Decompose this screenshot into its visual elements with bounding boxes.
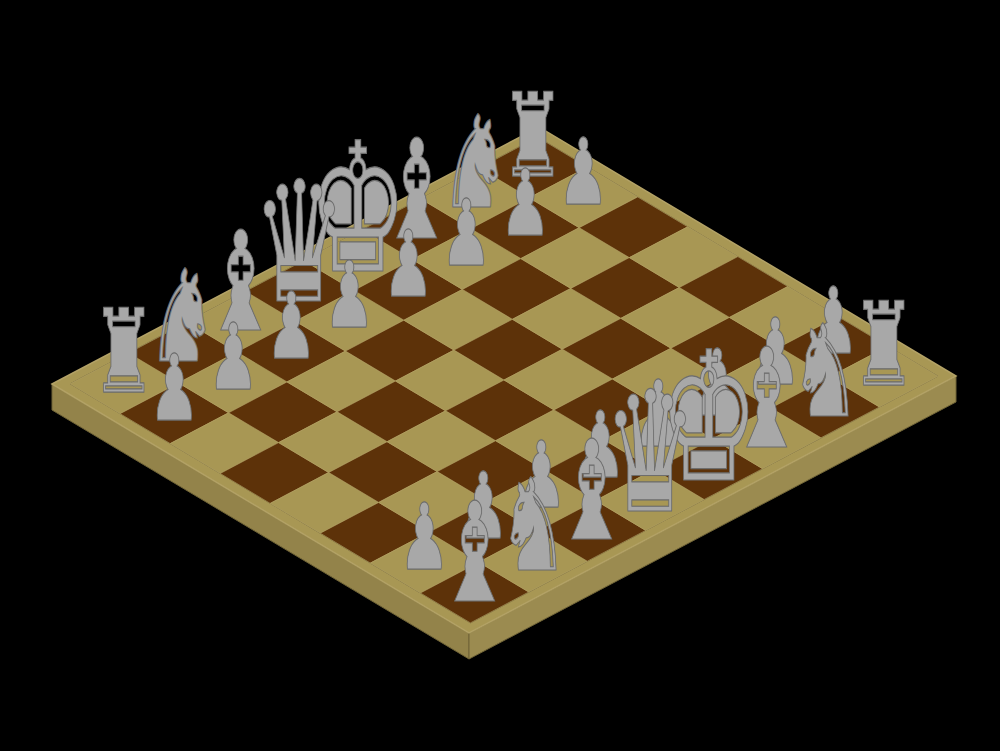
- bishop-glyph: ♝: [436, 485, 513, 623]
- piece-black-pawn-a7[interactable]: ♟: [82, 343, 266, 435]
- pawn-glyph: ♟: [149, 343, 200, 435]
- piece-white-bishop-a1[interactable]: ♝: [337, 485, 613, 623]
- cad-viewport: ♜♟♞♟♝♟♚♟♛♟♝♟♟♞♜♟♟♜♞♟♟♝♟♚♟♛♟♝♟♞♟♝: [0, 0, 1000, 751]
